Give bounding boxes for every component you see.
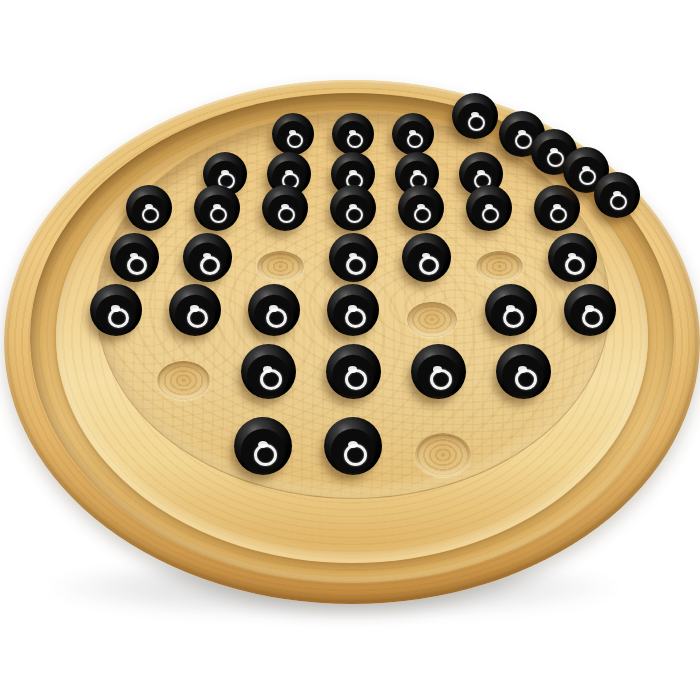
marble-r5c2[interactable]: ●: [169, 284, 221, 336]
hole-r5c5-empty[interactable]: [407, 302, 457, 337]
hole-r4c6-empty[interactable]: [476, 251, 523, 282]
marble-r3c5[interactable]: ●: [398, 185, 444, 231]
marble-r3c4[interactable]: ●: [330, 185, 376, 231]
marble-glyph: ●: [567, 284, 612, 336]
screenshot-root: ●●●●●●●●●●●●●●●●●●●●●●●●●●●●●●●●●●●●●: [0, 0, 700, 700]
marble-r3c2[interactable]: ●: [194, 185, 240, 231]
marble-glyph: ●: [597, 172, 637, 218]
marble-glyph: ●: [469, 185, 509, 231]
rim-marble-5[interactable]: ●: [594, 172, 640, 218]
marble-glyph: ●: [251, 284, 296, 336]
marble-glyph: ●: [129, 185, 169, 231]
marble-r6c6[interactable]: ●: [496, 344, 551, 399]
rim-marble-1[interactable]: ●: [452, 93, 498, 139]
marble-glyph: ●: [332, 233, 375, 282]
marble-r6c5[interactable]: ●: [411, 344, 466, 399]
marble-r3c6[interactable]: ●: [466, 185, 512, 231]
marble-r4c5[interactable]: ●: [402, 233, 451, 282]
marble-glyph: ●: [551, 233, 594, 282]
marble-glyph: ●: [186, 233, 229, 282]
marble-glyph: ●: [333, 185, 373, 231]
marble-glyph: ●: [414, 344, 462, 399]
hole-r6c2-empty[interactable]: [157, 361, 210, 400]
marble-glyph: ●: [113, 233, 156, 282]
marble-glyph: ●: [328, 417, 379, 475]
marble-glyph: ●: [329, 344, 377, 399]
marble-glyph: ●: [488, 284, 533, 336]
hole-r4c3-empty[interactable]: [257, 251, 304, 282]
marble-r6c3[interactable]: ●: [241, 344, 296, 399]
marble-glyph: ●: [238, 417, 289, 475]
marble-r5c6[interactable]: ●: [485, 284, 537, 336]
marble-r5c7[interactable]: ●: [564, 284, 616, 336]
marble-glyph: ●: [455, 93, 495, 139]
pieces-layer: ●●●●●●●●●●●●●●●●●●●●●●●●●●●●●●●●●●●●●: [0, 0, 700, 700]
marble-glyph: ●: [330, 284, 375, 336]
marble-r5c3[interactable]: ●: [248, 284, 300, 336]
marble-r3c1[interactable]: ●: [126, 185, 172, 231]
marble-r4c2[interactable]: ●: [183, 233, 232, 282]
marble-glyph: ●: [197, 185, 237, 231]
marble-r6c4[interactable]: ●: [326, 344, 381, 399]
hole-r7c5-empty[interactable]: [415, 433, 471, 477]
marble-glyph: ●: [244, 344, 292, 399]
marble-r3c3[interactable]: ●: [262, 185, 308, 231]
marble-r5c4[interactable]: ●: [327, 284, 379, 336]
marble-r4c7[interactable]: ●: [548, 233, 597, 282]
marble-r4c1[interactable]: ●: [110, 233, 159, 282]
marble-r5c1[interactable]: ●: [90, 284, 142, 336]
marble-glyph: ●: [172, 284, 217, 336]
marble-glyph: ●: [265, 185, 305, 231]
marble-glyph: ●: [499, 344, 547, 399]
marble-glyph: ●: [93, 284, 138, 336]
marble-r7c3[interactable]: ●: [234, 417, 292, 475]
marble-r4c4[interactable]: ●: [329, 233, 378, 282]
marble-glyph: ●: [405, 233, 448, 282]
marble-glyph: ●: [401, 185, 441, 231]
marble-r7c4[interactable]: ●: [324, 417, 382, 475]
